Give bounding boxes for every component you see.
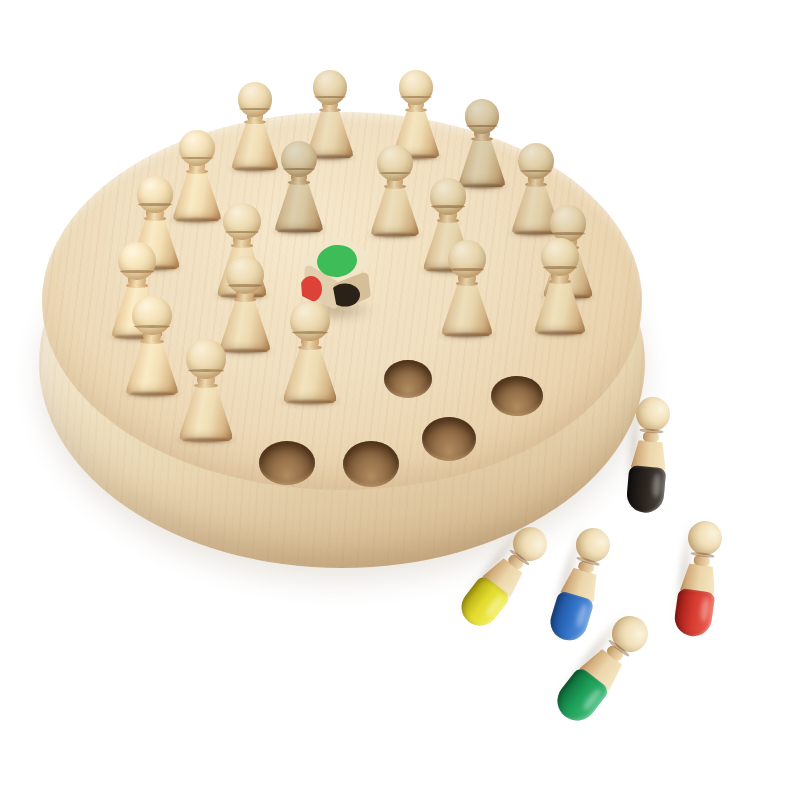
peg-base-line — [445, 333, 489, 337]
peg-head — [377, 145, 413, 181]
peg-body — [232, 121, 278, 170]
peg-head — [550, 205, 587, 242]
peg-body — [275, 182, 322, 232]
peg-head — [137, 176, 174, 213]
peg-groove — [138, 203, 171, 205]
peg-groove — [450, 268, 484, 270]
peg-groove — [134, 325, 169, 328]
peg-groove — [181, 157, 214, 159]
standing-peg-18[interactable] — [178, 339, 233, 441]
peg-head — [313, 70, 348, 105]
peg-hole-empty-2[interactable] — [491, 376, 543, 416]
peg-base-line — [130, 392, 175, 396]
peg-head — [118, 242, 156, 280]
peg-groove — [400, 96, 432, 98]
peg-body — [284, 347, 337, 403]
standing-peg-14[interactable] — [219, 256, 271, 352]
peg-groove — [314, 96, 346, 98]
standing-peg-7[interactable] — [370, 145, 419, 236]
peg-base-line — [287, 400, 333, 404]
peg-groove — [228, 284, 262, 286]
peg-head — [541, 238, 579, 276]
peg-head — [179, 130, 215, 166]
peg-groove — [543, 266, 577, 268]
peg-head — [399, 70, 434, 105]
peg-groove — [283, 168, 316, 170]
peg-groove — [120, 270, 154, 272]
peg-groove — [431, 205, 464, 207]
standing-peg-6[interactable] — [274, 141, 323, 232]
peg-hole-empty-3[interactable] — [422, 417, 476, 461]
peg-hole-empty-5[interactable] — [343, 441, 399, 487]
peg-groove — [225, 231, 259, 233]
peg-head — [448, 240, 486, 278]
peg-groove — [466, 125, 498, 127]
peg-head — [226, 256, 264, 294]
peg-body — [371, 186, 418, 236]
peg-head — [290, 301, 330, 341]
standing-peg-16[interactable] — [534, 238, 586, 334]
peg-body — [173, 171, 220, 221]
peg-groove — [239, 108, 271, 110]
peg-head — [518, 143, 554, 179]
peg-head — [465, 99, 500, 134]
peg-hole-empty-4[interactable] — [259, 441, 315, 485]
peg-head — [132, 296, 171, 335]
peg-head — [186, 339, 226, 379]
peg-head — [223, 203, 260, 240]
product-photo-stage — [0, 0, 800, 800]
die-red-dot — [300, 276, 322, 302]
peg-groove — [520, 170, 553, 172]
peg-head — [430, 178, 467, 215]
standing-peg-15[interactable] — [441, 240, 493, 336]
peg-body — [126, 341, 177, 395]
peg-body — [442, 283, 492, 336]
peg-groove — [188, 369, 224, 372]
loose-peg-color-tip — [673, 588, 716, 639]
peg-base-line — [183, 438, 229, 442]
peg-body — [535, 281, 585, 334]
peg-head — [238, 82, 273, 117]
loose-peg-color-tip — [626, 465, 667, 514]
peg-base-line — [374, 233, 415, 237]
peg-groove — [551, 232, 584, 234]
peg-groove — [292, 331, 328, 334]
peg-hole-empty-1[interactable] — [384, 360, 432, 398]
standing-peg-17[interactable] — [125, 296, 179, 395]
standing-peg-19[interactable] — [282, 301, 337, 403]
peg-base-line — [176, 218, 217, 222]
peg-base-line — [538, 331, 582, 335]
peg-base-line — [235, 167, 275, 171]
peg-body — [180, 385, 233, 441]
peg-groove — [379, 172, 412, 174]
standing-peg-4[interactable] — [458, 99, 506, 187]
standing-peg-1[interactable] — [231, 82, 279, 170]
peg-head — [281, 141, 317, 177]
loose-peg-red[interactable] — [670, 514, 729, 641]
